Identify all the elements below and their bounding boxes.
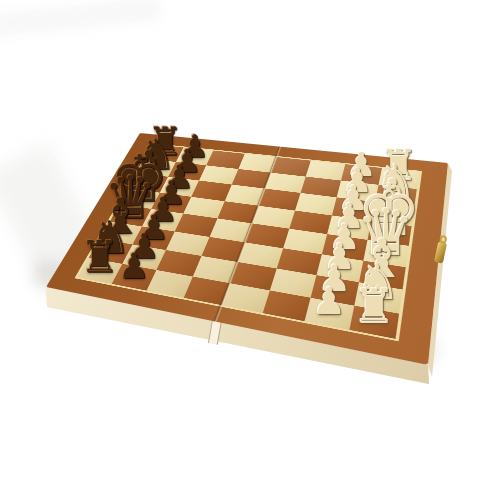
soft-shadow xyxy=(0,0,161,37)
product-photo: ♜♞♝♛♚♝♞♜♟♟♟♟♟♟♟♟♟♟♟♟♟♟♟♟♜♞♝♛♚♝♞♜ xyxy=(0,0,500,500)
clasp-hook-icon xyxy=(439,235,448,244)
